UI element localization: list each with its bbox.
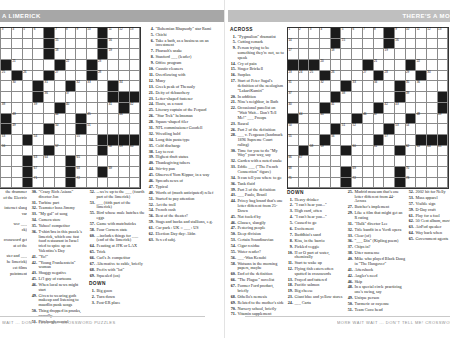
- grid-cell[interactable]: [384, 167, 395, 178]
- grid-cell[interactable]: [309, 178, 320, 189]
- grid-cell[interactable]: 64: [44, 156, 55, 167]
- grid-cell[interactable]: 46: [363, 114, 374, 125]
- grid-cell[interactable]: [66, 135, 77, 146]
- grid-cell[interactable]: [352, 92, 363, 103]
- grid-cell[interactable]: 58: [309, 146, 320, 157]
- grid-cell[interactable]: 51: [87, 124, 98, 135]
- grid-cell[interactable]: [363, 178, 374, 189]
- grid-cell[interactable]: 10: [406, 28, 417, 39]
- grid-cell[interactable]: 57: [55, 146, 66, 157]
- grid-cell[interactable]: 50: [55, 124, 66, 135]
- grid-cell[interactable]: [363, 92, 374, 103]
- grid-cell[interactable]: 49: [438, 114, 449, 125]
- grid-cell[interactable]: 41: [108, 103, 119, 114]
- grid-cell[interactable]: [66, 124, 77, 135]
- clue-text: Surplus: [238, 72, 251, 77]
- grid-cell[interactable]: [98, 114, 109, 125]
- grid-cell[interactable]: [331, 178, 342, 189]
- clue-fragment: var: [0, 212, 27, 217]
- grid-cell[interactable]: [23, 49, 34, 60]
- grid-cell[interactable]: [299, 167, 310, 178]
- grid-cell[interactable]: [87, 135, 98, 146]
- grid-cell[interactable]: 25: [1, 71, 12, 82]
- clue-number: 55.: [89, 211, 95, 216]
- grid-cell[interactable]: [130, 167, 141, 178]
- grid-cell[interactable]: [309, 92, 320, 103]
- grid-cell[interactable]: 19: [108, 49, 119, 60]
- grid-cell[interactable]: 55: [288, 135, 299, 146]
- grid-cell[interactable]: [320, 39, 331, 50]
- grid-cell[interactable]: 52: [352, 124, 363, 135]
- clue-text: Car park : UK :: ___ : US: [156, 225, 199, 230]
- grid-cell[interactable]: [352, 39, 363, 50]
- grid-cell[interactable]: [55, 92, 66, 103]
- grid-cell[interactable]: [374, 167, 385, 178]
- grid-cell[interactable]: 16: [395, 39, 406, 50]
- grid-cell[interactable]: [130, 124, 141, 135]
- grid-cell[interactable]: [384, 178, 395, 189]
- grid-cell[interactable]: 4: [12, 28, 23, 39]
- grid-cell[interactable]: [416, 178, 427, 189]
- grid-cell[interactable]: [299, 178, 310, 189]
- black-cell: [119, 92, 130, 103]
- grid-cell[interactable]: [363, 49, 374, 60]
- grid-cell[interactable]: 43: [395, 103, 406, 114]
- grid-cell[interactable]: 19: [384, 49, 395, 60]
- grid-cell[interactable]: [44, 178, 55, 189]
- clue-text: Garden with a noted snake: [238, 158, 283, 163]
- grid-cell[interactable]: 33: [87, 81, 98, 92]
- grid-cell[interactable]: 42: [130, 103, 141, 114]
- grid-cell[interactable]: 38: [1, 103, 12, 114]
- grid-cell[interactable]: [384, 114, 395, 125]
- grid-cell[interactable]: [341, 60, 352, 71]
- grid-cell[interactable]: [12, 178, 23, 189]
- grid-cell[interactable]: 41: [331, 103, 342, 114]
- grid-cell[interactable]: [33, 49, 44, 60]
- grid-cell[interactable]: [1, 81, 12, 92]
- grid-cell[interactable]: [23, 124, 34, 135]
- grid-cell[interactable]: [108, 114, 119, 125]
- grid-cell[interactable]: 36: [44, 92, 55, 103]
- grid-cell[interactable]: [416, 156, 427, 167]
- grid-cell[interactable]: [341, 103, 352, 114]
- grid-cell[interactable]: [320, 167, 331, 178]
- grid-cell[interactable]: [363, 124, 374, 135]
- grid-cell[interactable]: 10: [87, 28, 98, 39]
- grid-cell[interactable]: 72: [76, 178, 87, 189]
- grid-cell[interactable]: [44, 114, 55, 125]
- grid-cell[interactable]: [33, 114, 44, 125]
- grid-cell[interactable]: [130, 156, 141, 167]
- grid-cell[interactable]: [427, 124, 438, 135]
- grid-cell[interactable]: 17: [288, 49, 299, 60]
- grid-cell[interactable]: [438, 167, 449, 178]
- grid-cell[interactable]: [55, 156, 66, 167]
- grid-cell[interactable]: [299, 39, 310, 50]
- grid-cell[interactable]: 44: [299, 114, 310, 125]
- grid-cell[interactable]: [1, 49, 12, 60]
- grid-cell[interactable]: 15: [341, 39, 352, 50]
- cell-number: 16: [395, 39, 398, 42]
- grid-cell[interactable]: 60: [130, 146, 141, 157]
- grid-cell[interactable]: [87, 39, 98, 50]
- grid-cell[interactable]: 59: [119, 146, 130, 157]
- grid-cell[interactable]: [119, 178, 130, 189]
- grid-cell[interactable]: [427, 167, 438, 178]
- grid-cell[interactable]: 26: [331, 71, 342, 82]
- grid-cell[interactable]: 39: [406, 92, 417, 103]
- grid-cell[interactable]: [119, 156, 130, 167]
- grid-cell[interactable]: 65: [438, 146, 449, 157]
- grid-cell[interactable]: [331, 156, 342, 167]
- grid-cell[interactable]: [438, 39, 449, 50]
- grid-cell[interactable]: [395, 49, 406, 60]
- grid-cell[interactable]: 8: [374, 28, 385, 39]
- grid-cell[interactable]: [130, 178, 141, 189]
- grid-cell[interactable]: [374, 124, 385, 135]
- grid-cell[interactable]: [416, 167, 427, 178]
- grid-cell[interactable]: 24: [299, 71, 310, 82]
- grid-cell[interactable]: [416, 124, 427, 135]
- grid-cell[interactable]: [98, 92, 109, 103]
- grid-cell[interactable]: [352, 103, 363, 114]
- grid-cell[interactable]: [309, 81, 320, 92]
- grid-cell[interactable]: [33, 71, 44, 82]
- grid-cell[interactable]: [320, 92, 331, 103]
- clue-fragment: [0, 250, 27, 253]
- grid-cell[interactable]: [87, 146, 98, 157]
- grid-cell[interactable]: 56: [331, 135, 342, 146]
- grid-cell[interactable]: 32: [76, 81, 87, 92]
- grid-cell[interactable]: [320, 124, 331, 135]
- grid-cell[interactable]: [98, 156, 109, 167]
- grid-cell[interactable]: 34: [119, 81, 130, 92]
- grid-cell[interactable]: [12, 92, 23, 103]
- grid-cell[interactable]: 64: [427, 146, 438, 157]
- grid-cell[interactable]: [98, 124, 109, 135]
- grid-cell[interactable]: [331, 114, 342, 125]
- grid-cell[interactable]: 34: [374, 81, 385, 92]
- grid-cell[interactable]: [299, 135, 310, 146]
- grid-cell[interactable]: [12, 167, 23, 178]
- grid-cell[interactable]: [384, 81, 395, 92]
- grid-cell[interactable]: [309, 167, 320, 178]
- grid-cell[interactable]: [55, 178, 66, 189]
- grid-cell[interactable]: [374, 92, 385, 103]
- grid-cell[interactable]: 40: [288, 103, 299, 114]
- grid-cell[interactable]: [130, 114, 141, 125]
- clue-text: Nine's neighbor, in Bath: [238, 99, 279, 104]
- grid-cell[interactable]: [119, 49, 130, 60]
- grid-cell[interactable]: 62: [406, 146, 417, 157]
- grid-cell[interactable]: 18: [55, 49, 66, 60]
- grid-cell[interactable]: [427, 114, 438, 125]
- grid-cell[interactable]: 22: [416, 60, 427, 71]
- grid-cell[interactable]: [406, 49, 417, 60]
- grid-cell[interactable]: 54: [33, 135, 44, 146]
- grid-cell[interactable]: [130, 81, 141, 92]
- grid-cell[interactable]: [341, 49, 352, 60]
- grid-cell[interactable]: 60: [352, 146, 363, 157]
- grid-cell[interactable]: [23, 39, 34, 50]
- grid-cell[interactable]: [87, 92, 98, 103]
- grid-cell[interactable]: 26: [23, 71, 34, 82]
- grid-cell[interactable]: [55, 81, 66, 92]
- grid-cell[interactable]: [363, 135, 374, 146]
- grid-cell[interactable]: 69: [108, 167, 119, 178]
- grid-cell[interactable]: [55, 167, 66, 178]
- grid-cell[interactable]: [98, 178, 109, 189]
- grid-cell[interactable]: [108, 124, 119, 135]
- grid-cell[interactable]: 39: [33, 103, 44, 114]
- grid-cell[interactable]: [119, 124, 130, 135]
- grid-cell[interactable]: [130, 71, 141, 82]
- grid-cell[interactable]: [374, 178, 385, 189]
- right-footer-text: MORE WAIT WAIT ... DON'T TELL ME! CROSSW…: [337, 320, 450, 325]
- cell-number: 43: [395, 103, 398, 106]
- grid-cell[interactable]: [76, 49, 87, 60]
- grid-cell[interactable]: 71: [288, 178, 299, 189]
- grid-cell[interactable]: 11: [416, 28, 427, 39]
- grid-cell[interactable]: 51: [341, 124, 352, 135]
- grid-cell[interactable]: 45: [320, 114, 331, 125]
- grid-cell[interactable]: 8: [66, 28, 77, 39]
- grid-cell[interactable]: [119, 60, 130, 71]
- clue-text: "My gal" of song: [39, 211, 68, 216]
- grid-cell[interactable]: 73: [406, 178, 417, 189]
- grid-cell[interactable]: [309, 49, 320, 60]
- grid-cell[interactable]: [119, 39, 130, 50]
- grid-cell[interactable]: 3: [1, 28, 12, 39]
- grid-cell[interactable]: 22: [66, 60, 77, 71]
- grid-cell[interactable]: [427, 103, 438, 114]
- grid-cell[interactable]: [438, 81, 449, 92]
- grid-cell[interactable]: [87, 178, 98, 189]
- grid-cell[interactable]: [416, 92, 427, 103]
- grid-cell[interactable]: [130, 60, 141, 71]
- grid-cell[interactable]: 36: [416, 81, 427, 92]
- grid-cell[interactable]: [374, 39, 385, 50]
- grid-cell[interactable]: [416, 39, 427, 50]
- grid-cell[interactable]: [384, 146, 395, 157]
- grid-cell[interactable]: [12, 135, 23, 146]
- grid-cell[interactable]: [309, 114, 320, 125]
- grid-cell[interactable]: [299, 92, 310, 103]
- grid-cell[interactable]: 27: [363, 71, 374, 82]
- grid-cell[interactable]: [299, 49, 310, 60]
- clue-text: Sex ed subj.: [156, 237, 176, 242]
- grid-cell[interactable]: [33, 60, 44, 71]
- grid-cell[interactable]: [320, 178, 331, 189]
- grid-cell[interactable]: 47: [374, 114, 385, 125]
- grid-cell[interactable]: 61: [374, 146, 385, 157]
- grid-cell[interactable]: [130, 49, 141, 60]
- grid-cell[interactable]: [309, 156, 320, 167]
- grid-cell[interactable]: 32: [320, 81, 331, 92]
- grid-cell[interactable]: [87, 156, 98, 167]
- grid-cell[interactable]: 67: [299, 156, 310, 167]
- grid-cell[interactable]: [427, 81, 438, 92]
- grid-cell[interactable]: [76, 103, 87, 114]
- left-puzzle-title: A LIMERICK: [2, 13, 41, 19]
- clue-number: 41.: [31, 255, 37, 260]
- grid-cell[interactable]: [427, 156, 438, 167]
- grid-cell[interactable]: 21: [374, 60, 385, 71]
- grid-cell[interactable]: [395, 156, 406, 167]
- grid-cell[interactable]: [87, 49, 98, 60]
- grid-cell[interactable]: 55: [76, 135, 87, 146]
- grid-cell[interactable]: 12: [119, 28, 130, 39]
- grid-cell[interactable]: [76, 39, 87, 50]
- grid-cell[interactable]: [76, 60, 87, 71]
- grid-cell[interactable]: [23, 103, 34, 114]
- grid-cell[interactable]: 27: [55, 71, 66, 82]
- grid-cell[interactable]: 42: [384, 103, 395, 114]
- grid-cell[interactable]: [108, 178, 119, 189]
- grid-cell[interactable]: [341, 156, 352, 167]
- grid-cell[interactable]: [427, 39, 438, 50]
- cell-number: 19: [109, 49, 112, 52]
- grid-cell[interactable]: [438, 60, 449, 71]
- grid-cell[interactable]: [438, 71, 449, 82]
- clue-number: 58.: [89, 228, 95, 233]
- grid-cell[interactable]: [406, 39, 417, 50]
- grid-cell[interactable]: [309, 39, 320, 50]
- grid-cell[interactable]: [427, 92, 438, 103]
- grid-cell[interactable]: [12, 39, 23, 50]
- grid-cell[interactable]: [363, 81, 374, 92]
- grid-cell[interactable]: 30: [12, 81, 23, 92]
- grid-cell[interactable]: 4: [320, 28, 331, 39]
- grid-cell[interactable]: 54: [406, 124, 417, 135]
- grid-cell[interactable]: [44, 167, 55, 178]
- grid-cell[interactable]: [363, 146, 374, 157]
- grid-cell[interactable]: 6: [33, 28, 44, 39]
- grid-cell[interactable]: [23, 81, 34, 92]
- grid-cell[interactable]: 53: [395, 124, 406, 135]
- grid-cell[interactable]: [1, 178, 12, 189]
- grid-cell[interactable]: [44, 103, 55, 114]
- grid-cell[interactable]: [1, 156, 12, 167]
- grid-cell[interactable]: 58: [108, 146, 119, 157]
- grid-cell[interactable]: 7: [363, 28, 374, 39]
- grid-cell[interactable]: 18: [331, 49, 342, 60]
- grid-cell[interactable]: 5: [23, 28, 34, 39]
- grid-cell[interactable]: 12: [427, 28, 438, 39]
- grid-cell[interactable]: [395, 71, 406, 82]
- grid-cell[interactable]: [438, 124, 449, 135]
- grid-cell[interactable]: 13: [438, 28, 449, 39]
- grid-cell[interactable]: [98, 81, 109, 92]
- grid-cell[interactable]: [384, 156, 395, 167]
- grid-cell[interactable]: [23, 114, 34, 125]
- grid-cell[interactable]: [12, 146, 23, 157]
- grid-cell[interactable]: 9: [76, 28, 87, 39]
- grid-cell[interactable]: [108, 71, 119, 82]
- grid-cell[interactable]: [23, 146, 34, 157]
- grid-cell[interactable]: 30: [427, 71, 438, 82]
- grid-cell[interactable]: [23, 92, 34, 103]
- grid-cell[interactable]: 40: [66, 103, 77, 114]
- grid-cell[interactable]: [1, 39, 12, 50]
- grid-cell[interactable]: [363, 167, 374, 178]
- grid-cell[interactable]: 49: [12, 124, 23, 135]
- grid-cell[interactable]: 28: [98, 71, 109, 82]
- grid-cell[interactable]: [427, 178, 438, 189]
- grid-cell[interactable]: [66, 71, 77, 82]
- grid-cell[interactable]: 6: [352, 28, 363, 39]
- grid-cell[interactable]: [1, 167, 12, 178]
- grid-cell[interactable]: [395, 135, 406, 146]
- grid-cell[interactable]: [341, 71, 352, 82]
- grid-cell[interactable]: [12, 156, 23, 167]
- grid-cell[interactable]: [438, 156, 449, 167]
- grid-cell[interactable]: [352, 49, 363, 60]
- grid-cell[interactable]: 63: [416, 146, 427, 157]
- grid-cell[interactable]: [395, 60, 406, 71]
- grid-cell[interactable]: [76, 92, 87, 103]
- grid-cell[interactable]: [331, 146, 342, 157]
- grid-cell[interactable]: [98, 103, 109, 114]
- grid-cell[interactable]: [299, 124, 310, 135]
- grid-cell[interactable]: 46: [119, 114, 130, 125]
- grid-cell[interactable]: [406, 103, 417, 114]
- grid-cell[interactable]: [309, 124, 320, 135]
- grid-cell[interactable]: [352, 60, 363, 71]
- grid-cell[interactable]: [33, 39, 44, 50]
- grid-cell[interactable]: [331, 167, 342, 178]
- grid-cell[interactable]: 21: [12, 60, 23, 71]
- grid-cell[interactable]: [44, 60, 55, 71]
- grid-cell[interactable]: 56: [1, 146, 12, 157]
- grid-cell[interactable]: 13: [130, 28, 141, 39]
- grid-cell[interactable]: [44, 135, 55, 146]
- grid-cell[interactable]: [427, 49, 438, 60]
- grid-cell[interactable]: [66, 39, 77, 50]
- grid-cell[interactable]: [119, 167, 130, 178]
- grid-cell[interactable]: [363, 39, 374, 50]
- grid-cell[interactable]: 28: [384, 71, 395, 82]
- grid-cell[interactable]: 38: [341, 92, 352, 103]
- grid-cell[interactable]: [341, 135, 352, 146]
- grid-cell[interactable]: [87, 167, 98, 178]
- grid-cell[interactable]: [130, 39, 141, 50]
- grid-cell[interactable]: [66, 114, 77, 125]
- grid-cell[interactable]: [438, 178, 449, 189]
- grid-cell[interactable]: 72: [352, 178, 363, 189]
- grid-cell[interactable]: [299, 81, 310, 92]
- black-cell: [23, 167, 34, 178]
- grid-cell[interactable]: [374, 156, 385, 167]
- grid-cell[interactable]: 3: [309, 28, 320, 39]
- grid-cell[interactable]: [320, 156, 331, 167]
- grid-cell[interactable]: 59: [320, 146, 331, 157]
- grid-cell[interactable]: [309, 103, 320, 114]
- grid-cell[interactable]: 25: [309, 71, 320, 82]
- grid-cell[interactable]: [108, 60, 119, 71]
- grid-cell[interactable]: 71: [33, 178, 44, 189]
- grid-cell[interactable]: [66, 146, 77, 157]
- grid-cell[interactable]: [438, 49, 449, 60]
- grid-cell[interactable]: [363, 156, 374, 167]
- grid-cell[interactable]: [331, 81, 342, 92]
- grid-cell[interactable]: 20: [320, 60, 331, 71]
- grid-cell[interactable]: 48: [416, 114, 427, 125]
- grid-cell[interactable]: 2: [299, 28, 310, 39]
- grid-cell[interactable]: 33: [352, 81, 363, 92]
- grid-cell[interactable]: 57: [384, 135, 395, 146]
